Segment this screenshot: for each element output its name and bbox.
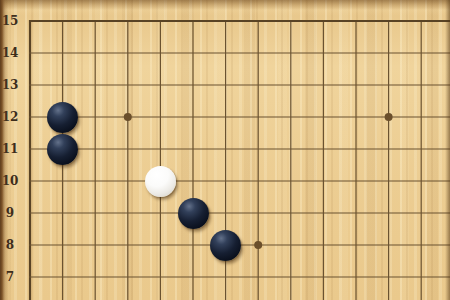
- stone-black-B12[interactable]: [47, 102, 78, 133]
- stone-black-F9[interactable]: [178, 198, 209, 229]
- stone-black-B11[interactable]: [47, 134, 78, 165]
- row-label-10: 10: [1, 173, 19, 189]
- row-label-7: 7: [1, 269, 19, 285]
- row-label-14: 14: [1, 45, 19, 61]
- go-board[interactable]: 151413121110987: [0, 0, 450, 300]
- row-label-12: 12: [1, 109, 19, 125]
- row-label-13: 13: [1, 77, 19, 93]
- stone-black-G8[interactable]: [210, 230, 241, 261]
- row-label-9: 9: [1, 205, 19, 221]
- row-label-15: 15: [1, 13, 19, 29]
- row-label-11: 11: [1, 141, 19, 157]
- stone-white-E10[interactable]: [145, 166, 176, 197]
- row-label-8: 8: [1, 237, 19, 253]
